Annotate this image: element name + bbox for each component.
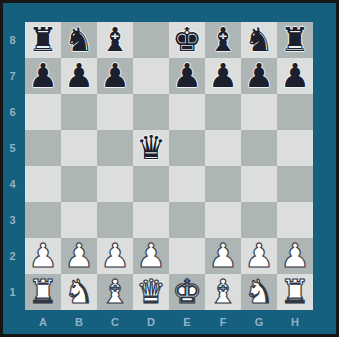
square-b3[interactable]: [61, 202, 97, 238]
rank-label-2: 2: [0, 238, 25, 274]
piece-white-knight[interactable]: ♞: [244, 275, 274, 308]
square-h3[interactable]: [277, 202, 313, 238]
square-f3[interactable]: [205, 202, 241, 238]
square-a7[interactable]: ♟: [25, 58, 61, 94]
piece-black-knight[interactable]: ♞: [244, 23, 274, 56]
piece-black-knight[interactable]: ♞: [64, 23, 94, 56]
square-e5[interactable]: [169, 130, 205, 166]
square-d5[interactable]: ♛: [133, 130, 169, 166]
piece-white-bishop[interactable]: ♝: [100, 275, 130, 308]
piece-black-pawn[interactable]: ♟: [280, 59, 310, 92]
square-d4[interactable]: [133, 166, 169, 202]
square-g4[interactable]: [241, 166, 277, 202]
piece-white-king[interactable]: ♚: [172, 275, 202, 308]
square-d8[interactable]: [133, 22, 169, 58]
rank-label-5: 5: [0, 130, 25, 166]
square-b6[interactable]: [61, 94, 97, 130]
file-label-f: F: [205, 310, 241, 334]
square-b8[interactable]: ♞: [61, 22, 97, 58]
square-e4[interactable]: [169, 166, 205, 202]
file-labels: ABCDEFGH: [25, 310, 313, 334]
square-f4[interactable]: [205, 166, 241, 202]
rank-label-4: 4: [0, 166, 25, 202]
piece-black-pawn[interactable]: ♟: [244, 59, 274, 92]
piece-white-knight[interactable]: ♞: [64, 275, 94, 308]
square-f8[interactable]: ♝: [205, 22, 241, 58]
square-f1[interactable]: ♝: [205, 274, 241, 310]
square-c5[interactable]: [97, 130, 133, 166]
square-e6[interactable]: [169, 94, 205, 130]
chess-app-frame: 87654321 ♜♞♝♚♝♞♜♟♟♟♟♟♟♟♛♟♟♟♟♟♟♟♜♞♝♛♚♝♞♜ …: [0, 0, 339, 337]
square-b2[interactable]: ♟: [61, 238, 97, 274]
square-g3[interactable]: [241, 202, 277, 238]
rank-label-3: 3: [0, 202, 25, 238]
rank-label-6: 6: [0, 94, 25, 130]
piece-white-rook[interactable]: ♜: [280, 275, 310, 308]
square-b7[interactable]: ♟: [61, 58, 97, 94]
rank-label-8: 8: [0, 22, 25, 58]
piece-white-rook[interactable]: ♜: [28, 275, 58, 308]
square-c7[interactable]: ♟: [97, 58, 133, 94]
square-g2[interactable]: ♟: [241, 238, 277, 274]
square-h8[interactable]: ♜: [277, 22, 313, 58]
piece-black-rook[interactable]: ♜: [280, 23, 310, 56]
square-d7[interactable]: [133, 58, 169, 94]
square-d1[interactable]: ♛: [133, 274, 169, 310]
square-g7[interactable]: ♟: [241, 58, 277, 94]
piece-black-pawn[interactable]: ♟: [172, 59, 202, 92]
rank-labels: 87654321: [0, 22, 25, 310]
square-f6[interactable]: [205, 94, 241, 130]
square-d3[interactable]: [133, 202, 169, 238]
square-b4[interactable]: [61, 166, 97, 202]
square-d2[interactable]: ♟: [133, 238, 169, 274]
file-label-d: D: [133, 310, 169, 334]
square-e3[interactable]: [169, 202, 205, 238]
square-a6[interactable]: [25, 94, 61, 130]
square-g8[interactable]: ♞: [241, 22, 277, 58]
square-d6[interactable]: [133, 94, 169, 130]
square-c1[interactable]: ♝: [97, 274, 133, 310]
square-e8[interactable]: ♚: [169, 22, 205, 58]
square-a4[interactable]: [25, 166, 61, 202]
file-label-e: E: [169, 310, 205, 334]
chess-board: ♜♞♝♚♝♞♜♟♟♟♟♟♟♟♛♟♟♟♟♟♟♟♜♞♝♛♚♝♞♜: [25, 22, 313, 310]
square-a8[interactable]: ♜: [25, 22, 61, 58]
square-f7[interactable]: ♟: [205, 58, 241, 94]
square-f2[interactable]: ♟: [205, 238, 241, 274]
piece-white-pawn[interactable]: ♟: [64, 239, 94, 272]
piece-white-queen[interactable]: ♛: [136, 275, 166, 308]
piece-black-rook[interactable]: ♜: [28, 23, 58, 56]
square-e2[interactable]: [169, 238, 205, 274]
piece-white-pawn[interactable]: ♟: [100, 239, 130, 272]
square-c8[interactable]: ♝: [97, 22, 133, 58]
file-label-c: C: [97, 310, 133, 334]
file-label-a: A: [25, 310, 61, 334]
rank-label-1: 1: [0, 274, 25, 310]
square-c2[interactable]: ♟: [97, 238, 133, 274]
square-a2[interactable]: ♟: [25, 238, 61, 274]
piece-black-pawn[interactable]: ♟: [208, 59, 238, 92]
rank-label-7: 7: [0, 58, 25, 94]
square-g6[interactable]: [241, 94, 277, 130]
piece-white-bishop[interactable]: ♝: [208, 275, 238, 308]
piece-black-bishop[interactable]: ♝: [208, 23, 238, 56]
piece-white-pawn[interactable]: ♟: [280, 239, 310, 272]
square-g1[interactable]: ♞: [241, 274, 277, 310]
square-c4[interactable]: [97, 166, 133, 202]
square-c6[interactable]: [97, 94, 133, 130]
piece-black-bishop[interactable]: ♝: [100, 23, 130, 56]
file-label-h: H: [277, 310, 313, 334]
square-b1[interactable]: ♞: [61, 274, 97, 310]
square-e1[interactable]: ♚: [169, 274, 205, 310]
piece-black-pawn[interactable]: ♟: [64, 59, 94, 92]
square-h2[interactable]: ♟: [277, 238, 313, 274]
piece-white-pawn[interactable]: ♟: [136, 239, 166, 272]
square-e7[interactable]: ♟: [169, 58, 205, 94]
piece-black-queen[interactable]: ♛: [136, 131, 166, 164]
square-b5[interactable]: [61, 130, 97, 166]
piece-white-pawn[interactable]: ♟: [208, 239, 238, 272]
piece-black-king[interactable]: ♚: [172, 23, 202, 56]
square-a5[interactable]: [25, 130, 61, 166]
square-h7[interactable]: ♟: [277, 58, 313, 94]
file-label-b: B: [61, 310, 97, 334]
square-h6[interactable]: [277, 94, 313, 130]
square-h1[interactable]: ♜: [277, 274, 313, 310]
square-c3[interactable]: [97, 202, 133, 238]
piece-black-pawn[interactable]: ♟: [28, 59, 58, 92]
square-a1[interactable]: ♜: [25, 274, 61, 310]
piece-white-pawn[interactable]: ♟: [28, 239, 58, 272]
piece-black-pawn[interactable]: ♟: [100, 59, 130, 92]
square-h5[interactable]: [277, 130, 313, 166]
square-f5[interactable]: [205, 130, 241, 166]
square-g5[interactable]: [241, 130, 277, 166]
square-a3[interactable]: [25, 202, 61, 238]
square-h4[interactable]: [277, 166, 313, 202]
piece-white-pawn[interactable]: ♟: [244, 239, 274, 272]
file-label-g: G: [241, 310, 277, 334]
